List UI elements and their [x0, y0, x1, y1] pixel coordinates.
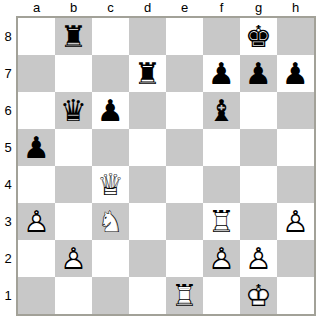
chess-app: a b c d e f g h 8 7 6 5 4 3 2 1 ♜♚♜♟♟♟♛♟…: [0, 0, 320, 320]
file-labels: a b c d e f g h: [18, 0, 314, 16]
file-label-f: f: [203, 0, 240, 16]
square-f7[interactable]: ♟: [203, 55, 240, 92]
rank-label-6: 6: [0, 92, 16, 129]
square-f3[interactable]: ♜♖: [203, 203, 240, 240]
square-f6[interactable]: ♝: [203, 92, 240, 129]
square-d1[interactable]: [129, 277, 166, 314]
piece-white-pawn[interactable]: ♟♙: [282, 207, 309, 237]
square-f8[interactable]: [203, 18, 240, 55]
file-label-c: c: [92, 0, 129, 16]
square-c1[interactable]: [92, 277, 129, 314]
square-d5[interactable]: [129, 129, 166, 166]
square-c7[interactable]: [92, 55, 129, 92]
square-c4[interactable]: ♛♕: [92, 166, 129, 203]
piece-black-pawn[interactable]: ♟: [97, 96, 124, 126]
piece-white-pawn[interactable]: ♟♙: [23, 207, 50, 237]
square-a1[interactable]: [18, 277, 55, 314]
square-d2[interactable]: [129, 240, 166, 277]
piece-white-queen[interactable]: ♛♕: [97, 170, 124, 200]
square-b7[interactable]: [55, 55, 92, 92]
square-e3[interactable]: [166, 203, 203, 240]
file-label-b: b: [55, 0, 92, 16]
piece-black-pawn[interactable]: ♟: [208, 59, 235, 89]
square-e4[interactable]: [166, 166, 203, 203]
piece-white-knight[interactable]: ♞♘: [97, 207, 124, 237]
chess-board: ♜♚♜♟♟♟♛♟♝♟♛♕♟♙♞♘♜♖♟♙♟♙♟♙♟♙♜♖♚♔: [16, 16, 316, 316]
square-g6[interactable]: [240, 92, 277, 129]
square-h7[interactable]: ♟: [277, 55, 314, 92]
piece-black-queen[interactable]: ♛: [60, 96, 87, 126]
square-b4[interactable]: [55, 166, 92, 203]
square-c2[interactable]: [92, 240, 129, 277]
square-h6[interactable]: [277, 92, 314, 129]
square-g7[interactable]: ♟: [240, 55, 277, 92]
piece-white-rook[interactable]: ♜♖: [171, 281, 198, 311]
square-b2[interactable]: ♟♙: [55, 240, 92, 277]
file-label-a: a: [18, 0, 55, 16]
file-label-h: h: [277, 0, 314, 16]
piece-black-rook[interactable]: ♜: [60, 22, 87, 52]
square-h1[interactable]: [277, 277, 314, 314]
square-f4[interactable]: [203, 166, 240, 203]
square-a8[interactable]: [18, 18, 55, 55]
piece-white-pawn[interactable]: ♟♙: [208, 244, 235, 274]
square-d8[interactable]: [129, 18, 166, 55]
square-a7[interactable]: [18, 55, 55, 92]
square-g8[interactable]: ♚: [240, 18, 277, 55]
file-label-e: e: [166, 0, 203, 16]
rank-label-4: 4: [0, 166, 16, 203]
square-d4[interactable]: [129, 166, 166, 203]
square-a6[interactable]: [18, 92, 55, 129]
square-e1[interactable]: ♜♖: [166, 277, 203, 314]
square-a5[interactable]: ♟: [18, 129, 55, 166]
piece-black-pawn[interactable]: ♟: [245, 59, 272, 89]
piece-black-bishop[interactable]: ♝: [208, 96, 235, 126]
square-b1[interactable]: [55, 277, 92, 314]
piece-white-rook[interactable]: ♜♖: [208, 207, 235, 237]
piece-black-rook[interactable]: ♜: [134, 59, 161, 89]
square-e8[interactable]: [166, 18, 203, 55]
rank-labels: 8 7 6 5 4 3 2 1: [0, 18, 16, 314]
square-g3[interactable]: [240, 203, 277, 240]
rank-label-7: 7: [0, 55, 16, 92]
square-g4[interactable]: [240, 166, 277, 203]
square-f1[interactable]: [203, 277, 240, 314]
square-d6[interactable]: [129, 92, 166, 129]
rank-label-5: 5: [0, 129, 16, 166]
square-d3[interactable]: [129, 203, 166, 240]
square-c5[interactable]: [92, 129, 129, 166]
square-f5[interactable]: [203, 129, 240, 166]
square-e7[interactable]: [166, 55, 203, 92]
rank-label-1: 1: [0, 277, 16, 314]
square-e6[interactable]: [166, 92, 203, 129]
rank-label-2: 2: [0, 240, 16, 277]
square-c3[interactable]: ♞♘: [92, 203, 129, 240]
square-e5[interactable]: [166, 129, 203, 166]
square-e2[interactable]: [166, 240, 203, 277]
square-g2[interactable]: ♟♙: [240, 240, 277, 277]
file-label-d: d: [129, 0, 166, 16]
square-f2[interactable]: ♟♙: [203, 240, 240, 277]
square-h8[interactable]: [277, 18, 314, 55]
square-a2[interactable]: [18, 240, 55, 277]
square-h2[interactable]: [277, 240, 314, 277]
square-c6[interactable]: ♟: [92, 92, 129, 129]
square-d7[interactable]: ♜: [129, 55, 166, 92]
square-b3[interactable]: [55, 203, 92, 240]
square-h5[interactable]: [277, 129, 314, 166]
piece-white-pawn[interactable]: ♟♙: [245, 244, 272, 274]
square-a4[interactable]: [18, 166, 55, 203]
square-g1[interactable]: ♚♔: [240, 277, 277, 314]
piece-black-pawn[interactable]: ♟: [282, 59, 309, 89]
square-b5[interactable]: [55, 129, 92, 166]
piece-white-pawn[interactable]: ♟♙: [60, 244, 87, 274]
file-label-g: g: [240, 0, 277, 16]
piece-black-king[interactable]: ♚: [245, 22, 272, 52]
square-h4[interactable]: [277, 166, 314, 203]
square-a3[interactable]: ♟♙: [18, 203, 55, 240]
square-b8[interactable]: ♜: [55, 18, 92, 55]
rank-label-8: 8: [0, 18, 16, 55]
square-c8[interactable]: [92, 18, 129, 55]
square-h3[interactable]: ♟♙: [277, 203, 314, 240]
piece-white-king[interactable]: ♚♔: [245, 281, 272, 311]
rank-label-3: 3: [0, 203, 16, 240]
piece-black-pawn[interactable]: ♟: [23, 133, 50, 163]
square-g5[interactable]: [240, 129, 277, 166]
square-b6[interactable]: ♛: [55, 92, 92, 129]
